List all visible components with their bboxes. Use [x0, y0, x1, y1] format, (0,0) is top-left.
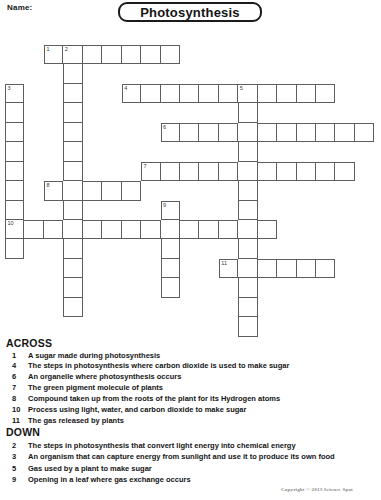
grid-cell-r4c18[interactable] [355, 123, 374, 142]
grid-cell-r3c12[interactable] [238, 103, 257, 122]
grid-cell-r4c9[interactable] [180, 123, 199, 142]
grid-cell-r1c3[interactable] [63, 64, 82, 83]
down-section: DOWN 2The steps in photosynthesis that c… [6, 426, 335, 486]
across-clue-num-7: 7 [6, 383, 28, 394]
across-clue-8: 8Compound taken up from the roots of the… [6, 394, 289, 405]
clue-number-8: 8 [46, 182, 49, 189]
across-clue-text-10: Process using light, water, and carbon d… [28, 405, 246, 416]
grid-cell-r4c12[interactable] [238, 123, 257, 142]
down-clue-num-9: 9 [6, 474, 28, 486]
grid-cell-r2c8[interactable] [161, 84, 180, 103]
clue-number-10: 10 [8, 220, 14, 227]
grid-cell-r4c16[interactable] [316, 123, 335, 142]
grid-cell-r5c0[interactable] [5, 142, 24, 161]
grid-cell-r11c3[interactable] [63, 259, 82, 278]
down-clue-num-2: 2 [6, 440, 28, 452]
grid-cell-r0c8[interactable] [161, 45, 180, 64]
grid-cell-r4c10[interactable] [199, 123, 218, 142]
grid-cell-r7c12[interactable] [238, 181, 257, 200]
grid-cell-r6c15[interactable] [297, 162, 316, 181]
across-clue-text-6: An organelle where photosynthesis occurs [28, 372, 181, 383]
grid-cell-r14c12[interactable] [238, 317, 257, 336]
grid-cell-r12c3[interactable] [63, 278, 82, 297]
across-clue-text-7: The green pigment molecule of plants [28, 383, 163, 394]
grid-cell-r6c7[interactable]: 7 [141, 162, 160, 181]
down-clue-2: 2The steps in photosynthesis that conver… [6, 440, 335, 452]
across-clue-1: 1A sugar made during photosynthesis [6, 351, 289, 362]
grid-cell-r8c8[interactable]: 9 [161, 201, 180, 220]
across-clue-num-1: 1 [6, 351, 28, 362]
grid-cell-r9c13[interactable] [258, 220, 277, 239]
grid-cell-r10c0[interactable] [5, 239, 24, 258]
grid-cell-r4c8[interactable]: 6 [161, 123, 180, 142]
down-clue-text-3: An organism that can capture energy from… [28, 451, 335, 463]
across-clue-num-6: 6 [6, 372, 28, 383]
copyright-footer: Copyright © 2013 Science Spot [281, 487, 353, 492]
down-heading: DOWN [6, 426, 335, 438]
grid-cell-r7c4[interactable] [83, 181, 102, 200]
grid-cell-r2c12[interactable]: 5 [238, 84, 257, 103]
grid-cell-r6c9[interactable] [180, 162, 199, 181]
grid-cell-r6c17[interactable] [335, 162, 354, 181]
grid-cell-r7c3[interactable] [63, 181, 82, 200]
grid-cell-r7c6[interactable] [122, 181, 141, 200]
down-clue-text-9: Opening in a leaf where gas exchange occ… [28, 474, 191, 486]
grid-cell-r7c5[interactable] [102, 181, 121, 200]
across-clue-num-10: 10 [6, 405, 28, 416]
grid-cell-r4c0[interactable] [5, 123, 24, 142]
across-clue-text-1: A sugar made during photosynthesis [28, 351, 160, 362]
grid-cell-r2c6[interactable]: 4 [122, 84, 141, 103]
down-clue-text-5: Gas used by a plant to make sugar [28, 463, 152, 475]
grid-cell-r6c10[interactable] [199, 162, 218, 181]
grid-cell-r2c10[interactable] [199, 84, 218, 103]
grid-cell-r9c7[interactable] [141, 220, 160, 239]
grid-cell-r12c12[interactable] [238, 278, 257, 297]
grid-cell-r8c0[interactable] [5, 201, 24, 220]
grid-cell-r9c2[interactable] [44, 220, 63, 239]
grid-cell-r11c12[interactable] [238, 259, 257, 278]
grid-cell-r11c14[interactable] [277, 259, 296, 278]
grid-cell-r2c14[interactable] [277, 84, 296, 103]
grid-cell-r2c16[interactable] [316, 84, 335, 103]
grid-cell-r4c15[interactable] [297, 123, 316, 142]
grid-cell-r9c9[interactable] [180, 220, 199, 239]
grid-cell-r6c14[interactable] [277, 162, 296, 181]
grid-cell-r2c9[interactable] [180, 84, 199, 103]
across-clue-text-4: The steps in photosynthesis where carbon… [28, 361, 289, 372]
grid-cell-r8c12[interactable] [238, 201, 257, 220]
clue-number-6: 6 [163, 124, 166, 131]
grid-cell-r0c2[interactable]: 1 [44, 45, 63, 64]
grid-cell-r2c7[interactable] [141, 84, 160, 103]
grid-cell-r7c2[interactable]: 8 [44, 181, 63, 200]
across-clue-num-8: 8 [6, 394, 28, 405]
down-clue-5: 5Gas used by a plant to make sugar [6, 463, 335, 475]
grid-cell-r13c3[interactable] [63, 298, 82, 317]
across-clue-7: 7The green pigment molecule of plants [6, 383, 289, 394]
clue-number-11: 11 [221, 260, 227, 267]
grid-cell-r2c0[interactable]: 3 [5, 84, 24, 103]
clue-number-7: 7 [144, 163, 147, 170]
grid-cell-r2c11[interactable] [219, 84, 238, 103]
grid-cell-r4c3[interactable] [63, 123, 82, 142]
grid-cell-r5c12[interactable] [238, 142, 257, 161]
across-clue-text-8: Compound taken up from the roots of the … [28, 394, 280, 405]
grid-cell-r9c5[interactable] [102, 220, 121, 239]
down-clue-text-2: The steps in photosynthesis that convert… [28, 440, 296, 452]
grid-cell-r6c0[interactable] [5, 162, 24, 181]
grid-cell-r9c8[interactable] [161, 220, 180, 239]
grid-cell-r11c8[interactable] [161, 259, 180, 278]
grid-cell-r10c3[interactable] [63, 239, 82, 258]
grid-cell-r3c3[interactable] [63, 103, 82, 122]
grid-cell-r9c4[interactable] [83, 220, 102, 239]
grid-cell-r6c13[interactable] [258, 162, 277, 181]
down-clue-list: 2The steps in photosynthesis that conver… [6, 440, 335, 486]
clue-number-3: 3 [8, 85, 11, 92]
name-label: Name: [7, 3, 32, 12]
grid-cell-r2c13[interactable] [258, 84, 277, 103]
grid-cell-r0c5[interactable] [102, 45, 121, 64]
across-clue-list: 1A sugar made during photosynthesis4The … [6, 351, 289, 427]
across-heading: ACROSS [6, 337, 289, 349]
grid-cell-r13c12[interactable] [238, 298, 257, 317]
grid-cell-r4c11[interactable] [219, 123, 238, 142]
clue-number-9: 9 [163, 202, 166, 209]
grid-cell-r6c3[interactable] [63, 162, 82, 181]
down-clue-3: 3An organism that can capture energy fro… [6, 451, 335, 463]
grid-cell-r9c3[interactable] [63, 220, 82, 239]
grid-cell-r6c12[interactable] [238, 162, 257, 181]
down-clue-num-3: 3 [6, 451, 28, 463]
grid-cell-r9c12[interactable] [238, 220, 257, 239]
clue-number-5: 5 [240, 85, 243, 92]
title-box: Photosynthesis [118, 2, 262, 22]
grid-cell-r3c0[interactable] [5, 103, 24, 122]
grid-cell-r11c13[interactable] [258, 259, 277, 278]
grid-cell-r9c10[interactable] [199, 220, 218, 239]
grid-cell-r9c0[interactable]: 10 [5, 220, 24, 239]
across-clue-10: 10Process using light, water, and carbon… [6, 405, 289, 416]
clue-number-1: 1 [46, 46, 49, 53]
worksheet-page: Name: Photosynthesis 1234567891011 ACROS… [0, 0, 381, 500]
grid-cell-r9c1[interactable] [24, 220, 43, 239]
grid-cell-r10c8[interactable] [161, 239, 180, 258]
grid-cell-r7c0[interactable] [5, 181, 24, 200]
grid-cell-r6c8[interactable] [161, 162, 180, 181]
grid-cell-r10c12[interactable] [238, 239, 257, 258]
grid-cell-r4c14[interactable] [277, 123, 296, 142]
clue-number-4: 4 [124, 85, 127, 92]
grid-cell-r11c15[interactable] [297, 259, 316, 278]
grid-cell-r11c16[interactable] [316, 259, 335, 278]
down-clue-num-5: 5 [6, 463, 28, 475]
grid-cell-r4c13[interactable] [258, 123, 277, 142]
grid-cell-r5c3[interactable] [63, 142, 82, 161]
grid-cell-r12c8[interactable] [161, 278, 180, 297]
grid-cell-r8c3[interactable] [63, 201, 82, 220]
crossword-grid: 1234567891011 [5, 45, 374, 337]
page-title: Photosynthesis [140, 5, 240, 20]
across-section: ACROSS 1A sugar made during photosynthes… [6, 337, 289, 427]
grid-cell-r11c11[interactable]: 11 [219, 259, 238, 278]
across-clue-num-4: 4 [6, 361, 28, 372]
grid-cell-r6c11[interactable] [219, 162, 238, 181]
grid-cell-r4c17[interactable] [335, 123, 354, 142]
across-clue-6: 6An organelle where photosynthesis occur… [6, 372, 289, 383]
grid-cell-r2c15[interactable] [297, 84, 316, 103]
clue-number-2: 2 [65, 46, 68, 53]
grid-cell-r0c4[interactable] [83, 45, 102, 64]
grid-cell-r0c7[interactable] [141, 45, 160, 64]
down-clue-9: 9Opening in a leaf where gas exchange oc… [6, 474, 335, 486]
grid-cell-r9c11[interactable] [219, 220, 238, 239]
grid-cell-r2c3[interactable] [63, 84, 82, 103]
grid-cell-r9c6[interactable] [122, 220, 141, 239]
grid-cell-r0c6[interactable] [122, 45, 141, 64]
across-clue-4: 4The steps in photosynthesis where carbo… [6, 361, 289, 372]
grid-cell-r6c16[interactable] [316, 162, 335, 181]
grid-cell-r0c3[interactable]: 2 [63, 45, 82, 64]
